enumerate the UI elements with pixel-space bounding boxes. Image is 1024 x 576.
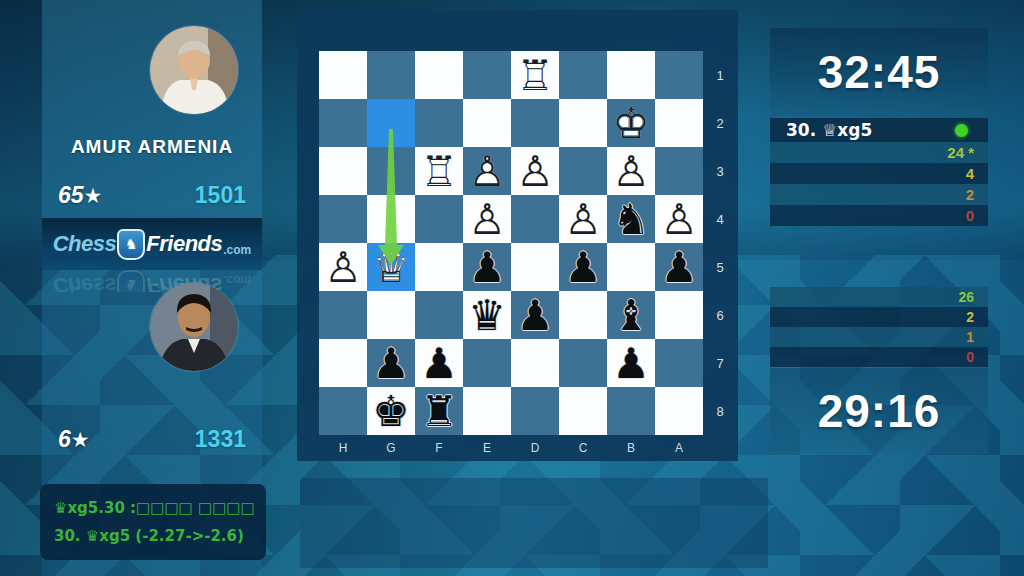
file-label-h: H bbox=[319, 437, 367, 459]
square-d7[interactable] bbox=[511, 339, 559, 387]
square-g3[interactable] bbox=[367, 147, 415, 195]
file-label-f: F bbox=[415, 437, 463, 459]
square-e8[interactable] bbox=[463, 387, 511, 435]
square-c4[interactable]: ♟♙ bbox=[559, 195, 607, 243]
square-c2[interactable] bbox=[559, 99, 607, 147]
square-h3[interactable] bbox=[319, 147, 367, 195]
black-pawn: ♟ bbox=[655, 243, 703, 291]
rank-label-5: 5 bbox=[705, 243, 735, 291]
bottom-player-meta: 6★ 1331 bbox=[42, 426, 262, 453]
black-pawn: ♟ bbox=[607, 339, 655, 387]
white-pawn: ♟♙ bbox=[463, 147, 511, 195]
square-a8[interactable] bbox=[655, 387, 703, 435]
rank-label-2: 2 bbox=[705, 99, 735, 147]
square-f2[interactable] bbox=[415, 99, 463, 147]
file-label-e: E bbox=[463, 437, 511, 459]
value-row: 4 bbox=[770, 163, 988, 184]
value-row: 1 bbox=[770, 327, 988, 347]
square-e1[interactable] bbox=[463, 51, 511, 99]
rank-labels: 12345678 bbox=[705, 51, 735, 435]
square-d6[interactable]: ♟ bbox=[511, 291, 559, 339]
move-panel-values: 24 *420 bbox=[770, 142, 988, 226]
black-pawn: ♟ bbox=[511, 291, 559, 339]
square-f8[interactable]: ♜ bbox=[415, 387, 463, 435]
file-labels: HGFEDCBA bbox=[319, 437, 703, 459]
square-b3[interactable]: ♟♙ bbox=[607, 147, 655, 195]
square-b4[interactable]: ♞ bbox=[607, 195, 655, 243]
value-row: 0 bbox=[770, 205, 988, 226]
square-d5[interactable] bbox=[511, 243, 559, 291]
file-label-b: B bbox=[607, 437, 655, 459]
square-c6[interactable] bbox=[559, 291, 607, 339]
square-f6[interactable] bbox=[415, 291, 463, 339]
move-annotation-panel: ♛xg5.30 :□□□□ □□□□ 30. ♛xg5 (-2.27->-2.6… bbox=[40, 484, 266, 560]
top-player-stars: 65★ bbox=[58, 182, 102, 209]
top-player-rating: 1501 bbox=[195, 182, 246, 209]
file-label-c: C bbox=[559, 437, 607, 459]
square-a7[interactable] bbox=[655, 339, 703, 387]
square-a3[interactable] bbox=[655, 147, 703, 195]
white-pawn: ♟♙ bbox=[511, 147, 559, 195]
black-pawn: ♟ bbox=[367, 339, 415, 387]
logo-text-dotcom: .com bbox=[223, 243, 251, 260]
square-f4[interactable] bbox=[415, 195, 463, 243]
square-h4[interactable] bbox=[319, 195, 367, 243]
rank-label-4: 4 bbox=[705, 195, 735, 243]
online-status-dot bbox=[955, 124, 968, 137]
square-c8[interactable] bbox=[559, 387, 607, 435]
square-b5[interactable] bbox=[607, 243, 655, 291]
rank-label-3: 3 bbox=[705, 147, 735, 195]
rank-label-1: 1 bbox=[705, 51, 735, 99]
square-d1[interactable]: ♜♖ bbox=[511, 51, 559, 99]
bottom-player-photo bbox=[150, 283, 238, 371]
chess-board-frame: ♜♖♚♔♜♖♟♙♟♙♟♙♟♙♟♙♞♟♙♟♙♛♕♟♟♟♛♟♝♟♟♟♚♜ 12345… bbox=[297, 10, 738, 461]
square-f7[interactable]: ♟ bbox=[415, 339, 463, 387]
white-pawn: ♟♙ bbox=[607, 147, 655, 195]
black-pawn: ♟ bbox=[463, 243, 511, 291]
knight-shield-icon: ♞ bbox=[117, 229, 145, 260]
rank-label-6: 6 bbox=[705, 291, 735, 339]
square-h7[interactable] bbox=[319, 339, 367, 387]
square-e3[interactable]: ♟♙ bbox=[463, 147, 511, 195]
bottom-player-clock: 29:16 bbox=[770, 368, 988, 454]
square-g5[interactable]: ♛♕ bbox=[367, 243, 415, 291]
rank-label-8: 8 bbox=[705, 387, 735, 435]
square-d2[interactable] bbox=[511, 99, 559, 147]
top-player-photo bbox=[150, 26, 238, 114]
square-a6[interactable] bbox=[655, 291, 703, 339]
square-h2[interactable] bbox=[319, 99, 367, 147]
eval-panel-values: 26210 bbox=[770, 287, 988, 367]
bottom-player-avatar[interactable] bbox=[150, 283, 238, 371]
square-d3[interactable]: ♟♙ bbox=[511, 147, 559, 195]
square-h5[interactable]: ♟♙ bbox=[319, 243, 367, 291]
square-c3[interactable] bbox=[559, 147, 607, 195]
square-g1[interactable] bbox=[367, 51, 415, 99]
annotation-line-1: ♛xg5.30 :□□□□ □□□□ bbox=[54, 494, 252, 522]
square-a5[interactable]: ♟ bbox=[655, 243, 703, 291]
square-c1[interactable] bbox=[559, 51, 607, 99]
square-e5[interactable]: ♟ bbox=[463, 243, 511, 291]
black-pawn: ♟ bbox=[559, 243, 607, 291]
square-g8[interactable]: ♚ bbox=[367, 387, 415, 435]
chessfriends-logo: Chess ♞ Friends .com bbox=[53, 229, 252, 260]
square-d4[interactable] bbox=[511, 195, 559, 243]
value-row: 2 bbox=[770, 307, 988, 327]
move-panel: 30. ♕xg5 24 *420 bbox=[770, 118, 988, 226]
square-e2[interactable] bbox=[463, 99, 511, 147]
logo-reflection: Chess ♞ Friends .com bbox=[42, 270, 262, 292]
square-c5[interactable]: ♟ bbox=[559, 243, 607, 291]
square-b7[interactable]: ♟ bbox=[607, 339, 655, 387]
square-f5[interactable] bbox=[415, 243, 463, 291]
bottom-player-stars: 6★ bbox=[58, 426, 90, 453]
white-pawn: ♟♙ bbox=[463, 195, 511, 243]
white-pawn: ♟♙ bbox=[655, 195, 703, 243]
square-b6[interactable]: ♝ bbox=[607, 291, 655, 339]
black-knight: ♞ bbox=[607, 195, 655, 243]
square-c7[interactable] bbox=[559, 339, 607, 387]
square-b1[interactable] bbox=[607, 51, 655, 99]
file-label-a: A bbox=[655, 437, 703, 459]
last-move-row[interactable]: 30. ♕xg5 bbox=[770, 118, 988, 142]
white-queen: ♛♕ bbox=[367, 243, 415, 291]
logo-text-chess: Chess bbox=[53, 231, 117, 257]
square-a1[interactable] bbox=[655, 51, 703, 99]
last-move-label: 30. ♕xg5 bbox=[786, 120, 955, 140]
square-a4[interactable]: ♟♙ bbox=[655, 195, 703, 243]
value-row: 2 bbox=[770, 184, 988, 205]
square-h6[interactable] bbox=[319, 291, 367, 339]
square-g6[interactable] bbox=[367, 291, 415, 339]
square-b8[interactable] bbox=[607, 387, 655, 435]
square-g4[interactable] bbox=[367, 195, 415, 243]
white-pawn: ♟♙ bbox=[319, 243, 367, 291]
white-rook: ♜♖ bbox=[511, 51, 559, 99]
black-rook: ♜ bbox=[415, 387, 463, 435]
square-b2[interactable]: ♚♔ bbox=[607, 99, 655, 147]
square-f3[interactable]: ♜♖ bbox=[415, 147, 463, 195]
chessfriends-logo-banner[interactable]: Chess ♞ Friends .com bbox=[42, 218, 262, 270]
square-f1[interactable] bbox=[415, 51, 463, 99]
black-queen: ♛ bbox=[463, 291, 511, 339]
top-player-clock: 32:45 bbox=[770, 28, 988, 116]
square-d8[interactable] bbox=[511, 387, 559, 435]
annotation-line-2: 30. ♛xg5 (-2.27->-2.6) bbox=[54, 522, 252, 550]
value-row: 26 bbox=[770, 287, 988, 307]
square-e6[interactable]: ♛ bbox=[463, 291, 511, 339]
white-king: ♚♔ bbox=[607, 99, 655, 147]
square-a2[interactable] bbox=[655, 99, 703, 147]
white-rook: ♜♖ bbox=[415, 147, 463, 195]
logo-text-friends: Friends bbox=[146, 231, 222, 257]
app-window: AMUR ARMENIA 65★ 1501 Chess ♞ Friends .c… bbox=[0, 0, 1024, 576]
black-pawn: ♟ bbox=[415, 339, 463, 387]
square-g2[interactable] bbox=[367, 99, 415, 147]
square-e4[interactable]: ♟♙ bbox=[463, 195, 511, 243]
star-icon: ★ bbox=[84, 184, 103, 208]
top-player-name: AMUR ARMENIA bbox=[42, 136, 262, 158]
top-player-meta: 65★ 1501 bbox=[42, 182, 262, 209]
star-icon: ★ bbox=[71, 428, 90, 452]
square-e7[interactable] bbox=[463, 339, 511, 387]
bottom-player-rating: 1331 bbox=[195, 426, 246, 453]
bottom-bar bbox=[300, 478, 768, 568]
rank-label-7: 7 bbox=[705, 339, 735, 387]
value-row: 0 bbox=[770, 347, 988, 367]
black-king: ♚ bbox=[367, 387, 415, 435]
black-bishop: ♝ bbox=[607, 291, 655, 339]
square-h8[interactable] bbox=[319, 387, 367, 435]
white-pawn: ♟♙ bbox=[559, 195, 607, 243]
chess-board: ♜♖♚♔♜♖♟♙♟♙♟♙♟♙♟♙♞♟♙♟♙♛♕♟♟♟♛♟♝♟♟♟♚♜ bbox=[319, 51, 703, 435]
file-label-d: D bbox=[511, 437, 559, 459]
square-h1[interactable] bbox=[319, 51, 367, 99]
square-g7[interactable]: ♟ bbox=[367, 339, 415, 387]
value-row: 24 * bbox=[770, 142, 988, 163]
top-player-avatar[interactable] bbox=[150, 26, 238, 114]
file-label-g: G bbox=[367, 437, 415, 459]
